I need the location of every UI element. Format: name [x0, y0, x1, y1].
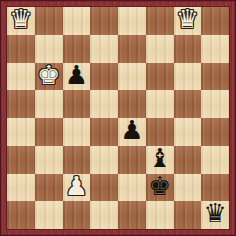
piece-white-king: ♚: [37, 63, 60, 90]
square-d6[interactable]: [90, 63, 118, 91]
square-c7[interactable]: [63, 35, 91, 63]
square-h5[interactable]: [201, 90, 229, 118]
piece-black-king: ♚: [148, 174, 171, 201]
board-grid: ♛♛♚♟♟♝♟♚♛: [7, 7, 229, 229]
square-c2[interactable]: ♟: [63, 174, 91, 202]
square-f4[interactable]: [146, 118, 174, 146]
square-g2[interactable]: [174, 174, 202, 202]
square-d1[interactable]: [90, 201, 118, 229]
square-a3[interactable]: [7, 146, 35, 174]
square-h4[interactable]: [201, 118, 229, 146]
square-f2[interactable]: ♚: [146, 174, 174, 202]
square-h2[interactable]: [201, 174, 229, 202]
square-d4[interactable]: [90, 118, 118, 146]
square-e5[interactable]: [118, 90, 146, 118]
square-e1[interactable]: [118, 201, 146, 229]
piece-black-pawn: ♟: [120, 118, 143, 145]
square-a6[interactable]: [7, 63, 35, 91]
square-g3[interactable]: [174, 146, 202, 174]
square-g5[interactable]: [174, 90, 202, 118]
square-c3[interactable]: [63, 146, 91, 174]
square-f5[interactable]: [146, 90, 174, 118]
square-f8[interactable]: [146, 7, 174, 35]
square-h1[interactable]: ♛: [201, 201, 229, 229]
square-g4[interactable]: [174, 118, 202, 146]
square-g1[interactable]: [174, 201, 202, 229]
square-h3[interactable]: [201, 146, 229, 174]
square-a7[interactable]: [7, 35, 35, 63]
square-c4[interactable]: [63, 118, 91, 146]
piece-black-bishop: ♝: [148, 146, 171, 173]
piece-white-queen: ♛: [176, 7, 199, 34]
square-f3[interactable]: ♝: [146, 146, 174, 174]
square-c8[interactable]: [63, 7, 91, 35]
square-a2[interactable]: [7, 174, 35, 202]
square-h6[interactable]: [201, 63, 229, 91]
square-f6[interactable]: [146, 63, 174, 91]
square-d2[interactable]: [90, 174, 118, 202]
square-a5[interactable]: [7, 90, 35, 118]
square-d5[interactable]: [90, 90, 118, 118]
square-e3[interactable]: [118, 146, 146, 174]
square-b1[interactable]: [35, 201, 63, 229]
square-b6[interactable]: ♚: [35, 63, 63, 91]
square-g8[interactable]: ♛: [174, 7, 202, 35]
square-f1[interactable]: [146, 201, 174, 229]
square-f7[interactable]: [146, 35, 174, 63]
square-c5[interactable]: [63, 90, 91, 118]
square-e7[interactable]: [118, 35, 146, 63]
square-a4[interactable]: [7, 118, 35, 146]
square-a8[interactable]: ♛: [7, 7, 35, 35]
piece-white-pawn: ♟: [65, 174, 88, 201]
square-e4[interactable]: ♟: [118, 118, 146, 146]
piece-black-queen: ♛: [203, 201, 226, 228]
piece-white-queen: ♛: [9, 7, 32, 34]
square-e2[interactable]: [118, 174, 146, 202]
square-b3[interactable]: [35, 146, 63, 174]
square-e8[interactable]: [118, 7, 146, 35]
square-b7[interactable]: [35, 35, 63, 63]
square-h8[interactable]: [201, 7, 229, 35]
square-a1[interactable]: [7, 201, 35, 229]
square-d7[interactable]: [90, 35, 118, 63]
square-c6[interactable]: ♟: [63, 63, 91, 91]
square-h7[interactable]: [201, 35, 229, 63]
square-d8[interactable]: [90, 7, 118, 35]
square-c1[interactable]: [63, 201, 91, 229]
square-e6[interactable]: [118, 63, 146, 91]
chess-board: ♛♛♚♟♟♝♟♚♛: [0, 0, 236, 236]
square-g7[interactable]: [174, 35, 202, 63]
square-g6[interactable]: [174, 63, 202, 91]
square-b2[interactable]: [35, 174, 63, 202]
square-b4[interactable]: [35, 118, 63, 146]
square-d3[interactable]: [90, 146, 118, 174]
square-b5[interactable]: [35, 90, 63, 118]
square-b8[interactable]: [35, 7, 63, 35]
piece-black-pawn: ♟: [65, 63, 88, 90]
